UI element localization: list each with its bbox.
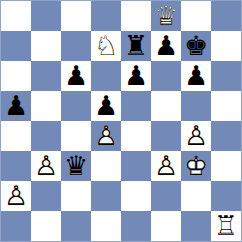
square-d3[interactable]: [91, 151, 121, 181]
square-f8[interactable]: ♛♕: [151, 1, 181, 31]
square-d4[interactable]: ♟♙: [91, 121, 121, 151]
white-pawn-outline: ♙: [31, 151, 61, 181]
square-d2[interactable]: [91, 181, 121, 211]
square-h5[interactable]: [211, 91, 241, 121]
square-b8[interactable]: [31, 1, 61, 31]
square-d8[interactable]: [91, 1, 121, 31]
square-c3[interactable]: ♛: [61, 151, 91, 181]
square-h4[interactable]: [211, 121, 241, 151]
square-h2[interactable]: [211, 181, 241, 211]
square-b3[interactable]: ♟♙: [31, 151, 61, 181]
square-a8[interactable]: [1, 1, 31, 31]
square-f7[interactable]: ♟: [151, 31, 181, 61]
square-b2[interactable]: [31, 181, 61, 211]
white-queen[interactable]: ♛♕: [151, 1, 181, 31]
square-g6[interactable]: ♟: [181, 61, 211, 91]
square-d1[interactable]: [91, 211, 121, 241]
square-g2[interactable]: [181, 181, 211, 211]
black-pawn[interactable]: ♟: [151, 31, 181, 61]
square-f1[interactable]: [151, 211, 181, 241]
square-c7[interactable]: [61, 31, 91, 61]
square-a7[interactable]: [1, 31, 31, 61]
black-pawn[interactable]: ♟: [1, 91, 31, 121]
square-f2[interactable]: [151, 181, 181, 211]
white-pawn[interactable]: ♟♙: [151, 151, 181, 181]
white-pawn-outline: ♙: [181, 121, 211, 151]
square-b1[interactable]: [31, 211, 61, 241]
square-h1[interactable]: ♜♖: [211, 211, 241, 241]
square-c6[interactable]: ♟: [61, 61, 91, 91]
white-rook-outline: ♖: [211, 211, 241, 241]
square-c4[interactable]: [61, 121, 91, 151]
square-b5[interactable]: [31, 91, 61, 121]
square-a1[interactable]: [1, 211, 31, 241]
white-pawn-outline: ♙: [151, 151, 181, 181]
square-e8[interactable]: [121, 1, 151, 31]
square-a5[interactable]: ♟: [1, 91, 31, 121]
square-g5[interactable]: [181, 91, 211, 121]
white-king[interactable]: ♚♔: [181, 151, 211, 181]
square-b7[interactable]: [31, 31, 61, 61]
white-pawn[interactable]: ♟♙: [31, 151, 61, 181]
square-d6[interactable]: [91, 61, 121, 91]
white-pawn[interactable]: ♟♙: [1, 181, 31, 211]
square-g1[interactable]: [181, 211, 211, 241]
white-knight[interactable]: ♞♘: [91, 31, 121, 61]
white-pawn[interactable]: ♟♙: [181, 121, 211, 151]
white-knight-outline: ♘: [91, 31, 121, 61]
square-c1[interactable]: [61, 211, 91, 241]
square-f4[interactable]: [151, 121, 181, 151]
black-pawn[interactable]: ♟: [121, 61, 151, 91]
square-e7[interactable]: ♜: [121, 31, 151, 61]
square-g8[interactable]: [181, 1, 211, 31]
square-f3[interactable]: ♟♙: [151, 151, 181, 181]
white-rook[interactable]: ♜♖: [211, 211, 241, 241]
square-e3[interactable]: [121, 151, 151, 181]
square-a3[interactable]: [1, 151, 31, 181]
square-d5[interactable]: ♟: [91, 91, 121, 121]
white-queen-outline: ♕: [151, 1, 181, 31]
square-d7[interactable]: ♞♘: [91, 31, 121, 61]
white-pawn-outline: ♙: [1, 181, 31, 211]
black-pawn[interactable]: ♟: [61, 61, 91, 91]
black-rook[interactable]: ♜: [121, 31, 151, 61]
square-f6[interactable]: [151, 61, 181, 91]
square-h8[interactable]: [211, 1, 241, 31]
square-c8[interactable]: [61, 1, 91, 31]
square-e4[interactable]: [121, 121, 151, 151]
square-h7[interactable]: [211, 31, 241, 61]
black-king[interactable]: ♚: [181, 31, 211, 61]
square-g3[interactable]: ♚♔: [181, 151, 211, 181]
black-queen[interactable]: ♛: [61, 151, 91, 181]
square-c5[interactable]: [61, 91, 91, 121]
square-f5[interactable]: [151, 91, 181, 121]
white-pawn-outline: ♙: [91, 121, 121, 151]
black-pawn[interactable]: ♟: [91, 91, 121, 121]
square-g7[interactable]: ♚: [181, 31, 211, 61]
chess-board: ♛♕♞♘♜♟♚♟♟♟♟♟♟♙♟♙♟♙♛♟♙♚♔♟♙♜♖: [0, 0, 242, 242]
square-a6[interactable]: [1, 61, 31, 91]
square-c2[interactable]: [61, 181, 91, 211]
square-b4[interactable]: [31, 121, 61, 151]
white-king-outline: ♔: [181, 151, 211, 181]
square-h6[interactable]: [211, 61, 241, 91]
square-g4[interactable]: ♟♙: [181, 121, 211, 151]
square-b6[interactable]: [31, 61, 61, 91]
square-e2[interactable]: [121, 181, 151, 211]
black-pawn[interactable]: ♟: [181, 61, 211, 91]
square-e6[interactable]: ♟: [121, 61, 151, 91]
square-a4[interactable]: [1, 121, 31, 151]
square-e5[interactable]: [121, 91, 151, 121]
square-h3[interactable]: [211, 151, 241, 181]
square-a2[interactable]: ♟♙: [1, 181, 31, 211]
square-e1[interactable]: [121, 211, 151, 241]
white-pawn[interactable]: ♟♙: [91, 121, 121, 151]
